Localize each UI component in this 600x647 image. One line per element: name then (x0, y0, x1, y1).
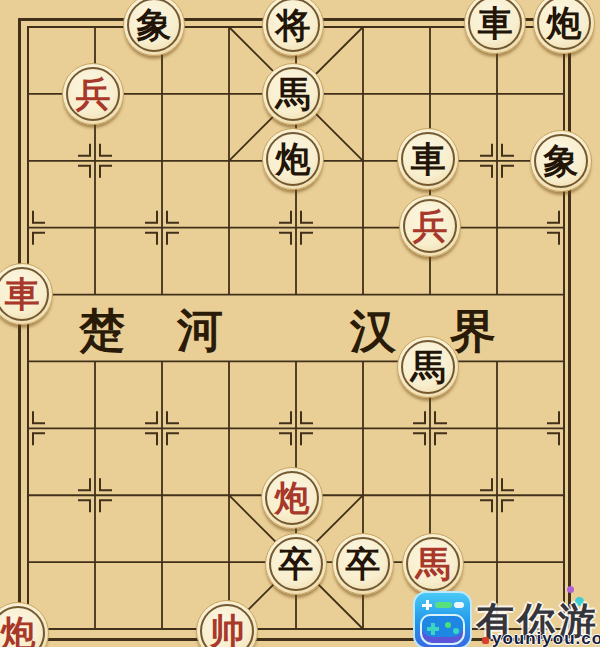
piece-black[interactable]: 車 (464, 0, 526, 54)
piece-label: 将 (276, 8, 311, 43)
piece-red[interactable]: 炮 (0, 602, 49, 647)
xiangqi-board[interactable]: 楚 河 汉 界 象将車炮馬炮車象馬卒卒兵兵車炮馬炮帅 有你游 youniyou.… (0, 0, 600, 647)
piece-red[interactable]: 帅 (196, 600, 258, 647)
piece-label: 象 (137, 8, 172, 43)
piece-red[interactable]: 馬 (402, 533, 464, 595)
piece-black[interactable]: 卒 (332, 533, 394, 595)
piece-red[interactable]: 車 (0, 263, 53, 325)
piece-black[interactable]: 車 (397, 128, 459, 190)
piece-black[interactable]: 象 (123, 0, 185, 56)
piece-black[interactable]: 象 (530, 130, 592, 192)
piece-label: 炮 (1, 616, 36, 647)
piece-label: 帅 (210, 614, 245, 647)
piece-label: 炮 (276, 142, 311, 177)
piece-label: 兵 (76, 77, 111, 112)
piece-label: 車 (478, 6, 513, 41)
piece-label: 卒 (346, 547, 381, 582)
piece-label: 卒 (279, 547, 314, 582)
piece-label: 車 (411, 142, 446, 177)
piece-label: 馬 (416, 547, 451, 582)
piece-label: 炮 (275, 481, 310, 516)
pieces-layer: 象将車炮馬炮車象馬卒卒兵兵車炮馬炮帅 (0, 0, 598, 647)
piece-black[interactable]: 卒 (265, 533, 327, 595)
piece-black[interactable]: 炮 (533, 0, 595, 54)
piece-red[interactable]: 兵 (62, 63, 124, 125)
piece-label: 兵 (413, 209, 448, 244)
piece-black[interactable]: 炮 (262, 128, 324, 190)
piece-label: 象 (544, 144, 579, 179)
piece-red[interactable]: 炮 (261, 467, 323, 529)
piece-black[interactable]: 将 (262, 0, 324, 56)
piece-black[interactable]: 馬 (397, 336, 459, 398)
piece-label: 炮 (547, 6, 582, 41)
piece-label: 車 (5, 277, 40, 312)
piece-label: 馬 (411, 350, 446, 385)
piece-label: 馬 (276, 77, 311, 112)
piece-red[interactable]: 兵 (399, 195, 461, 257)
piece-black[interactable]: 馬 (262, 63, 324, 125)
